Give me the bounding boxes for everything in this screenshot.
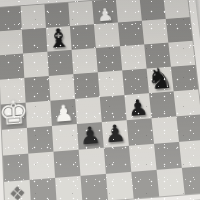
square-b3 xyxy=(27,126,54,154)
square-b1 xyxy=(30,178,57,200)
square-e3: ♟ xyxy=(102,120,129,148)
square-c3 xyxy=(52,124,79,152)
square-c7: ♝ xyxy=(46,26,72,52)
square-h1 xyxy=(182,166,200,195)
square-g4 xyxy=(149,91,176,118)
square-d1 xyxy=(81,174,109,200)
square-b7 xyxy=(22,28,48,54)
square-g1 xyxy=(157,168,185,197)
square-a1: ❖ xyxy=(4,180,31,200)
square-g6 xyxy=(144,43,171,69)
square-f7 xyxy=(118,21,144,47)
square-f8 xyxy=(116,0,142,22)
piece-black-pawn-e3: ♟ xyxy=(104,124,127,147)
square-b6 xyxy=(23,52,49,78)
piece-black-bishop-c7: ♝ xyxy=(46,26,72,51)
square-a7 xyxy=(0,30,23,56)
square-d7 xyxy=(70,24,96,50)
chessboard-grid: ♟♝♞♚♟♟♟♟❖ xyxy=(0,0,200,200)
square-g5: ♞ xyxy=(147,67,174,93)
square-b2 xyxy=(28,152,55,180)
square-a4: ♚ xyxy=(1,103,27,130)
square-c8 xyxy=(44,3,69,28)
piece-black-knight-g5: ♞ xyxy=(145,65,174,93)
square-c2 xyxy=(53,150,80,178)
piece-white-pawn-c4: ♟ xyxy=(53,103,75,125)
square-b5 xyxy=(24,76,50,103)
square-f6 xyxy=(120,44,147,70)
square-d5 xyxy=(73,72,99,99)
square-d6 xyxy=(72,48,98,74)
square-a5 xyxy=(0,78,26,105)
square-e8: ♟ xyxy=(92,0,118,24)
square-f4: ♟ xyxy=(124,93,151,120)
square-d2 xyxy=(79,148,106,176)
square-h8 xyxy=(163,0,189,19)
square-a3 xyxy=(2,128,28,156)
piece-white-pawn-e8: ♟ xyxy=(96,6,114,23)
square-a6 xyxy=(0,54,24,80)
square-g8 xyxy=(140,0,166,21)
square-h5 xyxy=(171,65,198,91)
square-g7 xyxy=(142,19,168,44)
square-a2 xyxy=(3,154,30,182)
square-h4 xyxy=(174,89,200,116)
square-e1 xyxy=(106,172,134,200)
square-a8 xyxy=(0,6,22,31)
square-c6 xyxy=(47,50,73,76)
square-d8 xyxy=(68,1,94,26)
square-f5 xyxy=(122,69,149,95)
piece-black-pawn-d3: ♟ xyxy=(79,126,102,149)
square-h2 xyxy=(179,140,200,168)
square-d4 xyxy=(75,97,102,124)
chessboard-photo: ♟♝♞♚♟♟♟♟❖ CHESS xyxy=(0,0,200,200)
corner-ornament-icon: ❖ xyxy=(8,183,26,200)
square-f1 xyxy=(131,170,159,199)
square-c1 xyxy=(55,176,82,200)
square-c4: ♟ xyxy=(50,99,76,126)
square-h3 xyxy=(176,114,200,141)
square-d3: ♟ xyxy=(77,122,104,150)
board-sheet: ♟♝♞♚♟♟♟♟❖ CHESS xyxy=(0,0,200,200)
square-e7 xyxy=(94,22,120,48)
square-g2 xyxy=(154,142,182,170)
square-h6 xyxy=(168,41,195,67)
square-c5 xyxy=(49,74,75,101)
square-g3 xyxy=(151,116,179,143)
square-e5 xyxy=(98,70,125,97)
square-e4 xyxy=(100,95,127,122)
square-f2 xyxy=(129,144,157,172)
square-b8 xyxy=(21,4,46,29)
square-h7 xyxy=(166,17,193,42)
square-e2 xyxy=(104,146,131,174)
square-e6 xyxy=(96,46,122,72)
square-f3 xyxy=(127,118,154,146)
square-b4 xyxy=(26,101,52,128)
piece-black-pawn-f4: ♟ xyxy=(127,97,149,119)
